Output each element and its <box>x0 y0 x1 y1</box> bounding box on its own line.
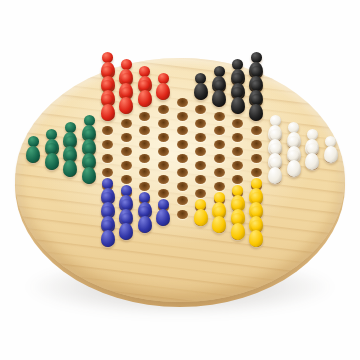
board-hole[interactable] <box>139 140 150 149</box>
peg-head <box>214 192 225 203</box>
board-hole[interactable] <box>158 175 169 184</box>
board-hole[interactable] <box>177 112 188 121</box>
board-hole[interactable] <box>102 140 113 149</box>
board-hole[interactable] <box>121 161 132 170</box>
board-hole[interactable] <box>232 175 243 184</box>
board-hole[interactable] <box>177 126 188 135</box>
board-hole[interactable] <box>195 189 206 198</box>
peg-body <box>26 146 40 164</box>
board-hole[interactable] <box>121 133 132 142</box>
peg-head <box>288 150 299 161</box>
board-hole[interactable] <box>232 119 243 128</box>
board-hole[interactable] <box>232 133 243 142</box>
peg-head <box>270 129 281 140</box>
peg-body <box>156 83 170 101</box>
board-hole[interactable] <box>214 168 225 177</box>
peg-head <box>102 178 113 189</box>
peg-head <box>102 220 113 231</box>
peg-head <box>307 143 318 154</box>
peg-head <box>28 136 39 147</box>
peg-blue[interactable] <box>137 206 153 233</box>
board-hole[interactable] <box>195 175 206 184</box>
peg-body <box>212 90 226 108</box>
board-hole[interactable] <box>177 140 188 149</box>
peg-blue[interactable] <box>100 220 116 247</box>
peg-body <box>194 209 208 227</box>
peg-head <box>121 87 132 98</box>
peg-green[interactable] <box>25 136 41 163</box>
peg-head <box>232 59 243 70</box>
board-hole[interactable] <box>251 154 262 163</box>
board-hole[interactable] <box>121 147 132 156</box>
board-hole[interactable] <box>139 154 150 163</box>
board-hole[interactable] <box>102 154 113 163</box>
board-hole[interactable] <box>214 140 225 149</box>
peg-red[interactable] <box>137 80 153 107</box>
board-hole[interactable] <box>195 105 206 114</box>
board-hole[interactable] <box>158 147 169 156</box>
peg-yellow[interactable] <box>211 206 227 233</box>
peg-body <box>45 153 59 171</box>
board-hole[interactable] <box>158 161 169 170</box>
board-hole[interactable] <box>251 168 262 177</box>
peg-head <box>270 115 281 126</box>
peg-body <box>249 104 263 122</box>
peg-head <box>270 157 281 168</box>
board-hole[interactable] <box>177 98 188 107</box>
peg-head <box>214 80 225 91</box>
peg-body <box>249 230 263 248</box>
peg-green[interactable] <box>81 157 97 184</box>
peg-head <box>158 199 169 210</box>
board-hole[interactable] <box>195 119 206 128</box>
peg-head <box>232 185 243 196</box>
board-hole[interactable] <box>214 126 225 135</box>
board-hole[interactable] <box>158 133 169 142</box>
peg-head <box>195 73 206 84</box>
peg-white[interactable] <box>304 143 320 170</box>
peg-body <box>63 160 77 178</box>
board-hole[interactable] <box>195 161 206 170</box>
board-hole[interactable] <box>158 105 169 114</box>
peg-head <box>121 185 132 196</box>
peg-head <box>139 80 150 91</box>
peg-red[interactable] <box>155 73 171 100</box>
board-hole[interactable] <box>177 168 188 177</box>
peg-body <box>231 97 245 115</box>
peg-head <box>46 129 57 140</box>
board-hole[interactable] <box>195 147 206 156</box>
peg-white[interactable] <box>323 136 339 163</box>
peg-body <box>324 146 338 164</box>
peg-green[interactable] <box>44 143 60 170</box>
peg-head <box>251 220 262 231</box>
peg-black[interactable] <box>230 87 246 114</box>
board-hole[interactable] <box>158 119 169 128</box>
board-hole[interactable] <box>214 112 225 121</box>
peg-body <box>138 216 152 234</box>
peg-head <box>307 129 318 140</box>
peg-head <box>251 52 262 63</box>
peg-head <box>102 94 113 105</box>
board-hole[interactable] <box>177 210 188 219</box>
peg-head <box>84 129 95 140</box>
board-hole[interactable] <box>139 182 150 191</box>
peg-white[interactable] <box>286 150 302 177</box>
peg-white[interactable] <box>267 157 283 184</box>
board-hole[interactable] <box>214 182 225 191</box>
peg-black[interactable] <box>193 73 209 100</box>
board-hole[interactable] <box>158 189 169 198</box>
board-hole[interactable] <box>139 126 150 135</box>
board-hole[interactable] <box>214 154 225 163</box>
peg-head <box>325 136 336 147</box>
peg-head <box>102 192 113 203</box>
peg-yellow[interactable] <box>193 199 209 226</box>
chinese-checkers-board <box>15 58 345 302</box>
board-hole[interactable] <box>121 119 132 128</box>
peg-blue[interactable] <box>118 213 134 240</box>
board-hole[interactable] <box>251 126 262 135</box>
peg-head <box>214 66 225 77</box>
peg-head <box>84 115 95 126</box>
peg-head <box>84 143 95 154</box>
peg-head <box>195 199 206 210</box>
product-photo <box>0 0 360 360</box>
peg-head <box>232 73 243 84</box>
peg-body <box>82 167 96 185</box>
peg-head <box>102 52 113 63</box>
peg-head <box>139 66 150 77</box>
peg-head <box>251 206 262 217</box>
peg-head <box>102 66 113 77</box>
peg-yellow[interactable] <box>230 213 246 240</box>
peg-blue[interactable] <box>155 199 171 226</box>
board-hole[interactable] <box>195 133 206 142</box>
peg-body <box>138 90 152 108</box>
board-hole[interactable] <box>102 126 113 135</box>
board-hole[interactable] <box>121 175 132 184</box>
peg-head <box>102 80 113 91</box>
peg-head <box>102 206 113 217</box>
peg-head <box>65 150 76 161</box>
peg-head <box>251 80 262 91</box>
peg-red[interactable] <box>100 94 116 121</box>
peg-head <box>46 143 57 154</box>
peg-head <box>139 206 150 217</box>
peg-body <box>212 216 226 234</box>
peg-body <box>231 223 245 241</box>
peg-body <box>305 153 319 171</box>
peg-head <box>84 157 95 168</box>
peg-body <box>101 230 115 248</box>
peg-head <box>251 94 262 105</box>
peg-head <box>65 136 76 147</box>
peg-head <box>121 199 132 210</box>
peg-head <box>232 213 243 224</box>
board-hole[interactable] <box>177 154 188 163</box>
peg-body <box>119 97 133 115</box>
board-hole[interactable] <box>177 182 188 191</box>
board-hole[interactable] <box>139 168 150 177</box>
peg-head <box>65 122 76 133</box>
board-hole[interactable] <box>102 168 113 177</box>
peg-head <box>158 73 169 84</box>
peg-body <box>101 104 115 122</box>
peg-body <box>268 167 282 185</box>
peg-body <box>287 160 301 178</box>
peg-head <box>251 66 262 77</box>
board-hole[interactable] <box>139 112 150 121</box>
peg-head <box>232 199 243 210</box>
board-hole[interactable] <box>232 161 243 170</box>
board-hole[interactable] <box>251 140 262 149</box>
peg-head <box>288 122 299 133</box>
peg-head <box>232 87 243 98</box>
peg-head <box>251 192 262 203</box>
peg-red[interactable] <box>118 87 134 114</box>
peg-head <box>214 206 225 217</box>
peg-black[interactable] <box>248 94 264 121</box>
peg-head <box>270 143 281 154</box>
peg-head <box>121 213 132 224</box>
peg-head <box>288 136 299 147</box>
peg-body <box>194 83 208 101</box>
peg-green[interactable] <box>62 150 78 177</box>
peg-head <box>121 73 132 84</box>
peg-body <box>156 209 170 227</box>
peg-head <box>139 192 150 203</box>
peg-yellow[interactable] <box>248 220 264 247</box>
peg-head <box>121 59 132 70</box>
board-hole[interactable] <box>232 147 243 156</box>
peg-black[interactable] <box>211 80 227 107</box>
peg-body <box>119 223 133 241</box>
board-hole[interactable] <box>177 196 188 205</box>
peg-head <box>251 178 262 189</box>
